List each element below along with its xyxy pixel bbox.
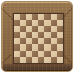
board-photo [0, 0, 75, 75]
chess-board [1, 1, 73, 72]
board-squares [14, 14, 64, 64]
frame-miter-bottom-right [62, 53, 72, 63]
frame-miter-bottom-left [2, 53, 12, 63]
square-h1[interactable] [57, 57, 63, 63]
frame-miter-top-left [2, 8, 14, 20]
